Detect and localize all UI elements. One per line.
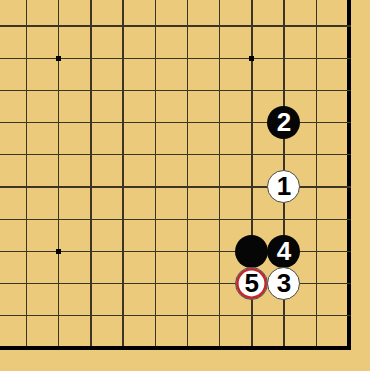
stones-layer: 21435 — [10, 10, 364, 364]
stone-number: 1 — [277, 173, 291, 199]
stone-move-2-R8[interactable]: 2 — [267, 106, 300, 139]
stone-move-1-R6[interactable]: 1 — [267, 170, 300, 203]
stone-number: 2 — [277, 109, 291, 135]
stone-setup-Q4[interactable] — [235, 235, 268, 268]
goban[interactable]: 21435 — [0, 0, 370, 371]
stone-move-5-Q3[interactable]: 5 — [235, 267, 268, 300]
stone-number: 3 — [277, 270, 291, 296]
stone-number: 4 — [277, 238, 291, 264]
stone-move-4-R4[interactable]: 4 — [267, 235, 300, 268]
stone-number: 5 — [245, 270, 259, 296]
stone-move-3-R3[interactable]: 3 — [267, 267, 300, 300]
go-diagram: 21435 — [0, 0, 370, 371]
